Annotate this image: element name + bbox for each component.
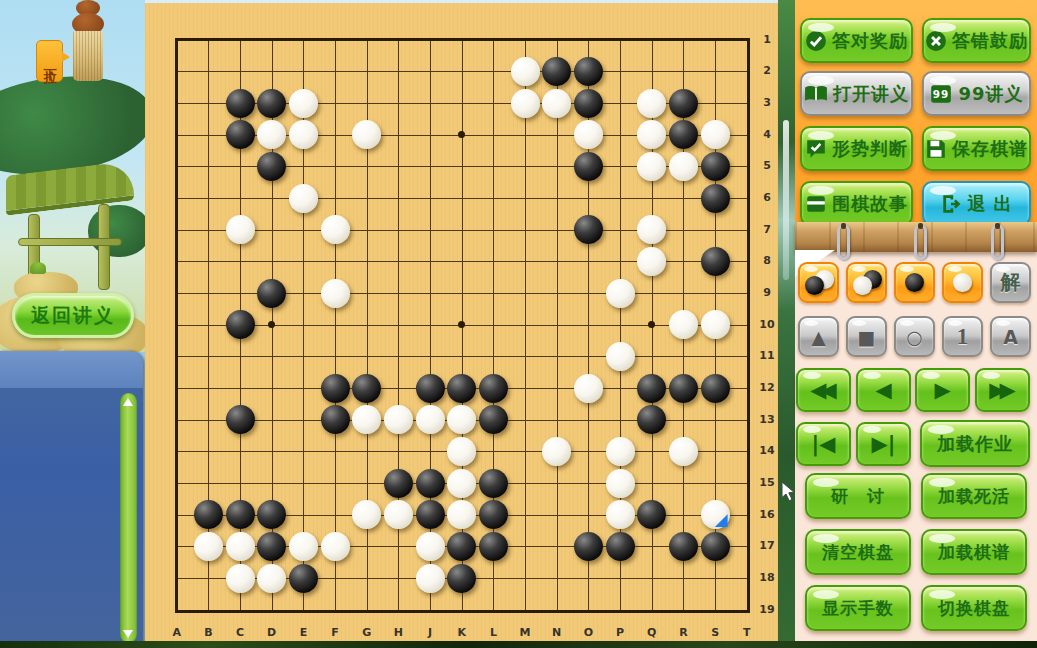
go-stone-white[interactable] bbox=[574, 374, 603, 403]
to-start-icon: |◀ bbox=[812, 432, 836, 456]
pine-tree-small bbox=[88, 205, 145, 257]
letter-mark-button[interactable]: A bbox=[990, 316, 1031, 357]
row-label: 17 bbox=[755, 539, 779, 552]
button-shine bbox=[803, 426, 821, 433]
lecture-list-header bbox=[0, 351, 143, 388]
column-label: N bbox=[547, 626, 567, 639]
go-stone-black[interactable] bbox=[701, 152, 730, 181]
button-label: 切换棋盘 bbox=[938, 597, 1010, 620]
column-label: O bbox=[578, 626, 598, 639]
button-shine bbox=[928, 425, 954, 434]
open-book-button[interactable]: 打开讲义 bbox=[800, 71, 913, 116]
binder-ring-icon bbox=[837, 224, 850, 260]
story-book-icon bbox=[805, 193, 832, 215]
exit-button[interactable]: 退 出 bbox=[922, 181, 1031, 226]
button-label: 退 出 bbox=[967, 192, 1012, 216]
button-shine bbox=[813, 534, 839, 543]
go-stone-white[interactable] bbox=[606, 342, 635, 371]
column-label: G bbox=[357, 626, 377, 639]
button-label: 显示手数 bbox=[822, 597, 894, 620]
go-stone-black[interactable] bbox=[479, 374, 508, 403]
check-circle-button[interactable]: 答对奖励 bbox=[800, 18, 913, 63]
pull-down-label: 下拉 bbox=[41, 58, 59, 64]
button-shine bbox=[852, 266, 866, 272]
button-shine bbox=[930, 131, 956, 140]
discuss-button[interactable]: 研 讨 bbox=[805, 473, 911, 519]
go-stone-black[interactable] bbox=[574, 89, 603, 118]
step-back-button[interactable]: ◀ bbox=[856, 368, 911, 412]
step-forward-button[interactable]: ▶ bbox=[915, 368, 970, 412]
button-shine bbox=[900, 266, 914, 272]
lecture-list-panel bbox=[0, 351, 143, 648]
story-book-button[interactable]: 围棋故事 bbox=[800, 181, 913, 226]
square-mark-icon: ■ bbox=[858, 326, 876, 348]
background-scenery-strip bbox=[778, 0, 795, 648]
button-shine bbox=[808, 186, 834, 195]
fast-rewind-button[interactable]: ◀◀ bbox=[796, 368, 851, 412]
go-stone-white[interactable] bbox=[226, 564, 255, 593]
go-stone-white[interactable] bbox=[574, 120, 603, 149]
column-label: K bbox=[452, 626, 472, 639]
step-forward-icon: ▶ bbox=[934, 378, 950, 402]
column-label: T bbox=[737, 626, 757, 639]
answer-label: 解 bbox=[1001, 269, 1021, 296]
go-stone-black[interactable] bbox=[479, 532, 508, 561]
button-label: 加载棋谱 bbox=[938, 541, 1010, 564]
go-stone-black[interactable] bbox=[479, 405, 508, 434]
go-stone-white[interactable] bbox=[416, 532, 445, 561]
button-label: 加载死活 bbox=[938, 485, 1010, 508]
row-label: 9 bbox=[755, 286, 779, 299]
go-stone-black[interactable] bbox=[416, 500, 445, 529]
go-stone-black[interactable] bbox=[289, 564, 318, 593]
button-shine bbox=[804, 320, 818, 326]
go-stone-black[interactable] bbox=[669, 532, 698, 561]
pavilion-post bbox=[98, 204, 110, 290]
go-stone-white[interactable] bbox=[511, 89, 540, 118]
go-stone-black[interactable] bbox=[701, 184, 730, 213]
go-stone-white[interactable] bbox=[447, 437, 476, 466]
row-label: 19 bbox=[755, 603, 779, 616]
column-label: R bbox=[673, 626, 693, 639]
row-label: 12 bbox=[755, 381, 779, 394]
button-label: 围棋故事 bbox=[832, 192, 908, 216]
row-label: 18 bbox=[755, 571, 779, 584]
answer-button[interactable]: 解 bbox=[990, 262, 1031, 303]
go-stone-black[interactable] bbox=[542, 57, 571, 86]
x-circle-button[interactable]: 答错鼓励 bbox=[922, 18, 1031, 63]
triangle-mark-button[interactable]: ▲ bbox=[798, 316, 839, 357]
button-shine bbox=[808, 131, 834, 140]
button-shine bbox=[922, 372, 940, 379]
x-circle-icon bbox=[925, 30, 952, 52]
button-shine bbox=[996, 266, 1010, 272]
go-stone-white[interactable] bbox=[384, 500, 413, 529]
number-mark-icon: 1 bbox=[957, 324, 969, 350]
go-stone-white[interactable] bbox=[606, 279, 635, 308]
button-shine bbox=[863, 372, 881, 379]
exit-icon bbox=[940, 193, 967, 215]
go-stone-black[interactable] bbox=[352, 374, 381, 403]
row-label: 8 bbox=[755, 254, 779, 267]
go-stone-white[interactable] bbox=[257, 564, 286, 593]
binder-ring-icon bbox=[991, 224, 1004, 260]
go-stone-black[interactable] bbox=[257, 152, 286, 181]
go-board-area: ABCDEFGHJKLMNOPQRST123456789101112131415… bbox=[145, 0, 778, 648]
pull-down-pointer bbox=[62, 52, 70, 62]
go-stone-white[interactable] bbox=[194, 532, 223, 561]
load-homework-button[interactable]: 加载作业 bbox=[920, 420, 1030, 467]
show-move-numbers-button[interactable]: 显示手数 bbox=[805, 585, 911, 631]
go-stone-white[interactable] bbox=[321, 532, 350, 561]
column-label: Q bbox=[642, 626, 662, 639]
blue-triangle-marker-icon bbox=[715, 514, 728, 527]
button-label: 答错鼓励 bbox=[952, 29, 1028, 53]
go-stone-black[interactable] bbox=[321, 405, 350, 434]
switch-board-button[interactable]: 切换棋盘 bbox=[921, 585, 1027, 631]
button-shine bbox=[803, 372, 821, 379]
go-stone-black[interactable] bbox=[257, 279, 286, 308]
go-stone-white[interactable] bbox=[637, 152, 666, 181]
tassel-fringe[interactable] bbox=[73, 31, 103, 81]
clear-board-button[interactable]: 清空棋盘 bbox=[805, 529, 911, 575]
go-stone-black[interactable] bbox=[701, 532, 730, 561]
go-stone-black[interactable] bbox=[321, 374, 350, 403]
button-shine bbox=[813, 590, 839, 599]
go-stone-white[interactable] bbox=[226, 532, 255, 561]
button-shine bbox=[804, 266, 818, 272]
button-label: 打开讲义 bbox=[833, 82, 909, 106]
floppy-icon bbox=[925, 138, 952, 160]
number-mark-button[interactable]: 1 bbox=[942, 316, 983, 357]
button-shine bbox=[929, 478, 955, 487]
square-mark-button[interactable]: ■ bbox=[846, 316, 887, 357]
column-label: D bbox=[262, 626, 282, 639]
back-to-lecture-label: 返回讲义 bbox=[31, 303, 115, 329]
white-black-alternate-button[interactable] bbox=[846, 262, 887, 303]
letter-mark-icon: A bbox=[1003, 326, 1018, 348]
button-shine bbox=[996, 320, 1010, 326]
app-window: 下拉 返回讲义 ABCDEFGHJKLMNOPQRST1234567891011… bbox=[0, 0, 1037, 648]
go-stone-black[interactable] bbox=[416, 469, 445, 498]
go-stone-white[interactable] bbox=[669, 310, 698, 339]
go-stone-black[interactable] bbox=[194, 500, 223, 529]
mouse-cursor bbox=[781, 481, 796, 502]
go-stone-black[interactable] bbox=[226, 89, 255, 118]
go-stone-black[interactable] bbox=[637, 374, 666, 403]
go-stone-white[interactable] bbox=[637, 247, 666, 276]
go-stone-black[interactable] bbox=[574, 215, 603, 244]
white-stone-icon bbox=[953, 273, 972, 292]
to-end-button[interactable]: ▶| bbox=[856, 422, 911, 466]
button-shine bbox=[813, 478, 839, 487]
pull-down-tab[interactable]: 下拉 bbox=[36, 40, 63, 82]
check-circle-icon bbox=[805, 30, 832, 52]
button-shine bbox=[930, 23, 956, 32]
go-stone-white[interactable] bbox=[289, 532, 318, 561]
bottom-vegetation-strip bbox=[0, 641, 1037, 648]
go-stone-white[interactable] bbox=[542, 89, 571, 118]
load-kifu-button[interactable]: 加载棋谱 bbox=[921, 529, 1027, 575]
go-stone-white[interactable] bbox=[701, 120, 730, 149]
column-label: S bbox=[705, 626, 725, 639]
go-stone-black[interactable] bbox=[226, 120, 255, 149]
go-stone-white[interactable] bbox=[289, 184, 318, 213]
column-label: E bbox=[293, 626, 313, 639]
button-shine bbox=[929, 590, 955, 599]
go-stone-black[interactable] bbox=[479, 469, 508, 498]
go-stone-black[interactable] bbox=[416, 374, 445, 403]
button-shine bbox=[948, 266, 962, 272]
load-homework-label: 加载作业 bbox=[937, 432, 1013, 456]
column-label: P bbox=[610, 626, 630, 639]
go-stone-black[interactable] bbox=[574, 57, 603, 86]
go-stone-black[interactable] bbox=[479, 500, 508, 529]
button-shine bbox=[948, 320, 962, 326]
svg-text:99: 99 bbox=[933, 88, 950, 100]
control-panel: 答对奖励答错鼓励打开讲义9999讲义形势判断保存棋谱围棋故事退 出 解 ▲■○1… bbox=[795, 0, 1037, 648]
row-label: 13 bbox=[755, 413, 779, 426]
bubble-check-icon bbox=[805, 138, 832, 160]
row-label: 7 bbox=[755, 223, 779, 236]
fast-rewind-icon: ◀◀ bbox=[810, 378, 836, 402]
column-label: F bbox=[325, 626, 345, 639]
black-stone-icon bbox=[805, 276, 824, 295]
go-stone-white[interactable] bbox=[226, 215, 255, 244]
white-stone-icon bbox=[853, 276, 872, 295]
to-start-button[interactable]: |◀ bbox=[796, 422, 851, 466]
button-label: 保存棋谱 bbox=[952, 137, 1028, 161]
grass-tuft bbox=[30, 262, 46, 274]
go-stone-white[interactable] bbox=[669, 437, 698, 466]
go-stone-black[interactable] bbox=[701, 247, 730, 276]
fast-forward-button[interactable]: ▶▶ bbox=[975, 368, 1030, 412]
go-stone-black[interactable] bbox=[574, 152, 603, 181]
button-label: 研 讨 bbox=[831, 485, 885, 508]
load-life-death-button[interactable]: 加载死活 bbox=[921, 473, 1027, 519]
open-book-icon bbox=[804, 83, 833, 105]
row-label: 3 bbox=[755, 96, 779, 109]
go-stone-white[interactable] bbox=[701, 500, 730, 529]
go-stone-white[interactable] bbox=[606, 500, 635, 529]
go-stone-white[interactable] bbox=[606, 469, 635, 498]
go-stone-white[interactable] bbox=[669, 152, 698, 181]
row-label: 6 bbox=[755, 191, 779, 204]
button-shine bbox=[982, 372, 1000, 379]
go-stone-white[interactable] bbox=[289, 89, 318, 118]
row-label: 2 bbox=[755, 64, 779, 77]
fast-forward-icon: ▶▶ bbox=[989, 378, 1015, 402]
row-label: 5 bbox=[755, 159, 779, 172]
go-stone-white[interactable] bbox=[701, 310, 730, 339]
button-shine bbox=[930, 76, 956, 85]
floppy-button[interactable]: 保存棋谱 bbox=[922, 126, 1031, 171]
button-shine bbox=[852, 320, 866, 326]
waterfall bbox=[783, 120, 789, 280]
button-label: 答对奖励 bbox=[832, 29, 908, 53]
column-label: H bbox=[388, 626, 408, 639]
go-stone-black[interactable] bbox=[226, 310, 255, 339]
black-white-alternate-button[interactable] bbox=[798, 262, 839, 303]
go-stone-white[interactable] bbox=[511, 57, 540, 86]
triangle-mark-icon: ▲ bbox=[811, 326, 826, 348]
button-label: 清空棋盘 bbox=[822, 541, 894, 564]
button-label: 99讲义 bbox=[958, 82, 1023, 106]
button-shine bbox=[929, 534, 955, 543]
go-stone-black[interactable] bbox=[226, 405, 255, 434]
go-stone-white[interactable] bbox=[321, 279, 350, 308]
button-shine bbox=[863, 426, 881, 433]
binder-ring-icon bbox=[914, 224, 927, 260]
go-stone-black[interactable] bbox=[606, 532, 635, 561]
circle-mark-icon: ○ bbox=[906, 326, 923, 348]
column-label: M bbox=[515, 626, 535, 639]
column-label: C bbox=[230, 626, 250, 639]
button-shine bbox=[930, 186, 956, 195]
row-label: 15 bbox=[755, 476, 779, 489]
black-stone-icon bbox=[905, 273, 924, 292]
sidebar: 下拉 返回讲义 bbox=[0, 0, 145, 648]
go-stone-white[interactable] bbox=[606, 437, 635, 466]
go-stone-white[interactable] bbox=[416, 405, 445, 434]
white-stone-button[interactable] bbox=[942, 262, 983, 303]
go-stone-white[interactable] bbox=[447, 469, 476, 498]
window-top-edge bbox=[145, 0, 778, 3]
scroll-up-icon[interactable] bbox=[123, 398, 133, 406]
black-stone-button[interactable] bbox=[894, 262, 935, 303]
go-stone-white[interactable] bbox=[416, 564, 445, 593]
button-label: 形势判断 bbox=[832, 137, 908, 161]
go-stone-white[interactable] bbox=[637, 89, 666, 118]
row-label: 11 bbox=[755, 349, 779, 362]
column-label: B bbox=[198, 626, 218, 639]
pavilion-beam bbox=[18, 238, 122, 246]
go-stone-black[interactable] bbox=[447, 374, 476, 403]
bubble-check-button[interactable]: 形势判断 bbox=[800, 126, 913, 171]
go-stone-black[interactable] bbox=[669, 89, 698, 118]
row-label: 10 bbox=[755, 318, 779, 331]
go-stone-black[interactable] bbox=[669, 374, 698, 403]
go-stone-white[interactable] bbox=[384, 405, 413, 434]
back-to-lecture-button[interactable]: 返回讲义 bbox=[12, 293, 134, 338]
column-label: J bbox=[420, 626, 440, 639]
go-stone-black[interactable] bbox=[447, 532, 476, 561]
go-stone-black[interactable] bbox=[384, 469, 413, 498]
button-shine bbox=[900, 320, 914, 326]
column-label: L bbox=[483, 626, 503, 639]
step-back-icon: ◀ bbox=[875, 378, 891, 402]
column-label: A bbox=[167, 626, 187, 639]
go-stone-black[interactable] bbox=[226, 500, 255, 529]
row-label: 1 bbox=[755, 33, 779, 46]
go-stone-black[interactable] bbox=[257, 89, 286, 118]
go-stone-white[interactable] bbox=[542, 437, 571, 466]
book-99-icon: 99 bbox=[929, 83, 958, 105]
to-end-icon: ▶| bbox=[872, 432, 896, 456]
scrollbar[interactable] bbox=[120, 393, 137, 643]
go-stone-white[interactable] bbox=[321, 215, 350, 244]
go-stone-black[interactable] bbox=[574, 532, 603, 561]
row-label: 4 bbox=[755, 128, 779, 141]
row-label: 14 bbox=[755, 444, 779, 457]
button-shine bbox=[808, 76, 834, 85]
go-stone-black[interactable] bbox=[257, 532, 286, 561]
circle-mark-button[interactable]: ○ bbox=[894, 316, 935, 357]
scroll-down-icon[interactable] bbox=[123, 630, 133, 638]
row-label: 16 bbox=[755, 508, 779, 521]
book-99-button[interactable]: 9999讲义 bbox=[922, 71, 1031, 116]
go-stone-black[interactable] bbox=[701, 374, 730, 403]
go-stone-black[interactable] bbox=[447, 564, 476, 593]
go-stone-white[interactable] bbox=[289, 120, 318, 149]
go-stone-black[interactable] bbox=[669, 120, 698, 149]
button-shine bbox=[808, 23, 834, 32]
